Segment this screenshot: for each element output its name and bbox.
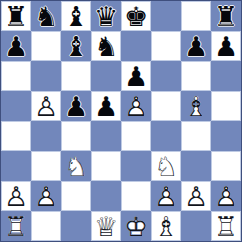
piece-black-bishop: ♝: [61, 31, 91, 61]
square-c2[interactable]: [61, 181, 91, 211]
white-rook-outline-icon: ♖: [1, 211, 31, 241]
square-a3[interactable]: [1, 151, 31, 181]
piece-black-rook: ♜: [211, 1, 241, 31]
black-bishop-icon: ♝: [61, 1, 91, 31]
square-e3[interactable]: [121, 151, 151, 181]
square-g1[interactable]: [181, 211, 211, 241]
black-knight-icon: ♞: [91, 31, 121, 61]
black-pawn-icon: ♟: [61, 91, 91, 121]
square-d2[interactable]: [91, 181, 121, 211]
square-d3[interactable]: [91, 151, 121, 181]
square-f6[interactable]: [151, 61, 181, 91]
square-b1[interactable]: [31, 211, 61, 241]
black-bishop-icon: ♝: [61, 31, 91, 61]
piece-white-pawn: ♟♙: [211, 181, 241, 211]
square-d4[interactable]: [91, 121, 121, 151]
square-h3[interactable]: [211, 151, 241, 181]
square-h5[interactable]: [211, 91, 241, 121]
square-d5[interactable]: ♟: [91, 91, 121, 121]
square-a4[interactable]: [1, 121, 31, 151]
square-h6[interactable]: [211, 61, 241, 91]
square-g6[interactable]: [181, 61, 211, 91]
square-e6[interactable]: ♟: [121, 61, 151, 91]
white-pawn-outline-icon: ♙: [31, 91, 61, 121]
square-c8[interactable]: ♝: [61, 1, 91, 31]
piece-white-king: ♚♔: [121, 211, 151, 241]
square-f3[interactable]: ♞♘: [151, 151, 181, 181]
piece-black-pawn: ♟: [91, 91, 121, 121]
square-b3[interactable]: [31, 151, 61, 181]
piece-white-pawn: ♟♙: [31, 91, 61, 121]
piece-black-pawn: ♟: [211, 31, 241, 61]
piece-white-rook: ♜♖: [211, 211, 241, 241]
piece-black-knight: ♞: [91, 31, 121, 61]
square-a5[interactable]: [1, 91, 31, 121]
square-f5[interactable]: [151, 91, 181, 121]
square-a1[interactable]: ♜♖: [1, 211, 31, 241]
white-knight-outline-icon: ♘: [61, 151, 91, 181]
white-pawn-outline-icon: ♙: [1, 181, 31, 211]
square-b8[interactable]: ♞: [31, 1, 61, 31]
piece-white-bishop: ♝♗: [151, 211, 181, 241]
black-knight-icon: ♞: [31, 1, 61, 31]
piece-white-bishop: ♝♗: [181, 91, 211, 121]
square-f8[interactable]: [151, 1, 181, 31]
piece-black-pawn: ♟: [1, 31, 31, 61]
square-b2[interactable]: ♟♙: [31, 181, 61, 211]
piece-black-knight: ♞: [31, 1, 61, 31]
square-f7[interactable]: [151, 31, 181, 61]
square-h4[interactable]: [211, 121, 241, 151]
square-h2[interactable]: ♟♙: [211, 181, 241, 211]
white-knight-outline-icon: ♘: [151, 151, 181, 181]
square-h7[interactable]: ♟: [211, 31, 241, 61]
square-c4[interactable]: [61, 121, 91, 151]
square-f1[interactable]: ♝♗: [151, 211, 181, 241]
square-g7[interactable]: ♟: [181, 31, 211, 61]
black-queen-icon: ♛: [91, 1, 121, 31]
piece-black-bishop: ♝: [61, 1, 91, 31]
piece-black-rook: ♜: [1, 1, 31, 31]
black-king-icon: ♚: [121, 1, 151, 31]
square-g3[interactable]: [181, 151, 211, 181]
square-f2[interactable]: ♟♙: [151, 181, 181, 211]
square-g5[interactable]: ♝♗: [181, 91, 211, 121]
square-c3[interactable]: ♞♘: [61, 151, 91, 181]
square-a2[interactable]: ♟♙: [1, 181, 31, 211]
black-pawn-icon: ♟: [1, 31, 31, 61]
square-c6[interactable]: [61, 61, 91, 91]
white-pawn-outline-icon: ♙: [181, 181, 211, 211]
piece-white-pawn: ♟♙: [121, 91, 151, 121]
square-g2[interactable]: ♟♙: [181, 181, 211, 211]
square-g8[interactable]: [181, 1, 211, 31]
square-d8[interactable]: ♛: [91, 1, 121, 31]
white-pawn-outline-icon: ♙: [151, 181, 181, 211]
square-b4[interactable]: [31, 121, 61, 151]
square-d6[interactable]: [91, 61, 121, 91]
square-d1[interactable]: ♛♕: [91, 211, 121, 241]
square-e2[interactable]: [121, 181, 151, 211]
square-f4[interactable]: [151, 121, 181, 151]
square-e8[interactable]: ♚: [121, 1, 151, 31]
square-h8[interactable]: ♜: [211, 1, 241, 31]
white-queen-outline-icon: ♕: [91, 211, 121, 241]
square-e5[interactable]: ♟♙: [121, 91, 151, 121]
square-b7[interactable]: [31, 31, 61, 61]
square-h1[interactable]: ♜♖: [211, 211, 241, 241]
square-b5[interactable]: ♟♙: [31, 91, 61, 121]
square-c5[interactable]: ♟: [61, 91, 91, 121]
piece-black-pawn: ♟: [61, 91, 91, 121]
piece-white-pawn: ♟♙: [181, 181, 211, 211]
white-bishop-outline-icon: ♗: [151, 211, 181, 241]
piece-black-pawn: ♟: [121, 61, 151, 91]
square-e4[interactable]: [121, 121, 151, 151]
chess-board: ♜♞♝♛♚♜♟♝♞♟♟♟♟♙♟♟♟♙♝♗♞♘♞♘♟♙♟♙♟♙♟♙♟♙♜♖♛♕♚♔…: [0, 0, 242, 242]
square-g4[interactable]: [181, 121, 211, 151]
square-a7[interactable]: ♟: [1, 31, 31, 61]
piece-black-pawn: ♟: [181, 31, 211, 61]
black-rook-icon: ♜: [1, 1, 31, 31]
square-e7[interactable]: [121, 31, 151, 61]
piece-white-queen: ♛♕: [91, 211, 121, 241]
white-bishop-outline-icon: ♗: [181, 91, 211, 121]
square-d7[interactable]: ♞: [91, 31, 121, 61]
square-b6[interactable]: [31, 61, 61, 91]
black-pawn-icon: ♟: [181, 31, 211, 61]
square-c1[interactable]: [61, 211, 91, 241]
white-pawn-outline-icon: ♙: [31, 181, 61, 211]
square-e1[interactable]: ♚♔: [121, 211, 151, 241]
piece-white-pawn: ♟♙: [31, 181, 61, 211]
piece-white-knight: ♞♘: [61, 151, 91, 181]
white-king-outline-icon: ♔: [121, 211, 151, 241]
piece-white-pawn: ♟♙: [151, 181, 181, 211]
white-pawn-outline-icon: ♙: [211, 181, 241, 211]
piece-black-king: ♚: [121, 1, 151, 31]
square-a8[interactable]: ♜: [1, 1, 31, 31]
piece-black-queen: ♛: [91, 1, 121, 31]
white-pawn-outline-icon: ♙: [121, 91, 151, 121]
piece-white-pawn: ♟♙: [1, 181, 31, 211]
piece-white-knight: ♞♘: [151, 151, 181, 181]
square-c7[interactable]: ♝: [61, 31, 91, 61]
square-a6[interactable]: [1, 61, 31, 91]
piece-white-rook: ♜♖: [1, 211, 31, 241]
black-pawn-icon: ♟: [211, 31, 241, 61]
black-rook-icon: ♜: [211, 1, 241, 31]
white-rook-outline-icon: ♖: [211, 211, 241, 241]
black-pawn-icon: ♟: [91, 91, 121, 121]
black-pawn-icon: ♟: [121, 61, 151, 91]
